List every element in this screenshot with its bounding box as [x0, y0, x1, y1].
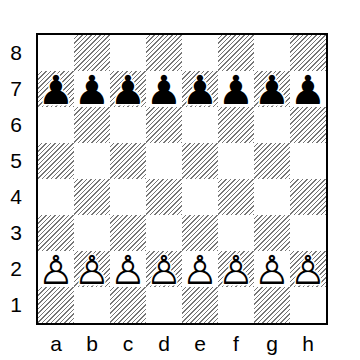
square-e6[interactable] [182, 107, 218, 143]
white-pawn[interactable]: ♟♟♙ [254, 252, 290, 288]
square-d2[interactable]: ♟♟♙ [146, 251, 182, 287]
square-f2[interactable]: ♟♟♙ [218, 251, 254, 287]
square-e8[interactable] [182, 35, 218, 71]
square-a3[interactable] [38, 215, 74, 251]
black-pawn-glyph: ♟ [254, 72, 290, 108]
square-h1[interactable] [290, 287, 326, 323]
file-label-c: c [110, 331, 146, 357]
black-pawn[interactable]: ♟♟ [110, 72, 146, 108]
file-labels: abcdefgh [38, 331, 326, 357]
square-e7[interactable]: ♟♟ [182, 71, 218, 107]
square-b4[interactable] [74, 179, 110, 215]
square-b2[interactable]: ♟♟♙ [74, 251, 110, 287]
black-pawn[interactable]: ♟♟ [38, 72, 74, 108]
square-a1[interactable] [38, 287, 74, 323]
file-label-a: a [38, 331, 74, 357]
square-h5[interactable] [290, 143, 326, 179]
square-c4[interactable] [110, 179, 146, 215]
black-pawn-glyph: ♟ [290, 72, 326, 108]
rank-labels: 87654321 [0, 35, 32, 323]
rank-label-5: 5 [0, 143, 32, 179]
rank-label-2: 2 [0, 251, 32, 287]
square-c3[interactable] [110, 215, 146, 251]
square-b5[interactable] [74, 143, 110, 179]
black-pawn[interactable]: ♟♟ [218, 72, 254, 108]
square-h2[interactable]: ♟♟♙ [290, 251, 326, 287]
square-g7[interactable]: ♟♟ [254, 71, 290, 107]
chess-board: ♟♟♟♟♟♟♟♟♟♟♟♟♟♟♟♟♟♟♙♟♟♙♟♟♙♟♟♙♟♟♙♟♟♙♟♟♙♟♟♙ [36, 33, 328, 325]
white-pawn[interactable]: ♟♟♙ [38, 252, 74, 288]
square-b7[interactable]: ♟♟ [74, 71, 110, 107]
white-pawn-outline: ♙ [38, 252, 74, 288]
square-f3[interactable] [218, 215, 254, 251]
square-h3[interactable] [290, 215, 326, 251]
black-pawn-glyph: ♟ [38, 72, 74, 108]
rank-label-8: 8 [0, 35, 32, 71]
square-h6[interactable] [290, 107, 326, 143]
white-pawn-outline: ♙ [254, 252, 290, 288]
square-g4[interactable] [254, 179, 290, 215]
square-h4[interactable] [290, 179, 326, 215]
square-a6[interactable] [38, 107, 74, 143]
square-b8[interactable] [74, 35, 110, 71]
square-g1[interactable] [254, 287, 290, 323]
chess-diagram: 87654321 ♟♟♟♟♟♟♟♟♟♟♟♟♟♟♟♟♟♟♙♟♟♙♟♟♙♟♟♙♟♟♙… [0, 0, 360, 360]
white-pawn-outline: ♙ [182, 252, 218, 288]
square-d5[interactable] [146, 143, 182, 179]
white-pawn-outline: ♙ [290, 252, 326, 288]
square-g2[interactable]: ♟♟♙ [254, 251, 290, 287]
square-a8[interactable] [38, 35, 74, 71]
black-pawn-glyph: ♟ [218, 72, 254, 108]
black-pawn-glyph: ♟ [146, 72, 182, 108]
square-c5[interactable] [110, 143, 146, 179]
black-pawn[interactable]: ♟♟ [290, 72, 326, 108]
white-pawn[interactable]: ♟♟♙ [218, 252, 254, 288]
square-e4[interactable] [182, 179, 218, 215]
square-a2[interactable]: ♟♟♙ [38, 251, 74, 287]
white-pawn[interactable]: ♟♟♙ [146, 252, 182, 288]
square-h7[interactable]: ♟♟ [290, 71, 326, 107]
file-label-d: d [146, 331, 182, 357]
square-g5[interactable] [254, 143, 290, 179]
file-label-e: e [182, 331, 218, 357]
square-f7[interactable]: ♟♟ [218, 71, 254, 107]
square-c7[interactable]: ♟♟ [110, 71, 146, 107]
white-pawn-outline: ♙ [110, 252, 146, 288]
square-d1[interactable] [146, 287, 182, 323]
square-d7[interactable]: ♟♟ [146, 71, 182, 107]
square-d6[interactable] [146, 107, 182, 143]
rank-label-7: 7 [0, 71, 32, 107]
square-f1[interactable] [218, 287, 254, 323]
square-b6[interactable] [74, 107, 110, 143]
square-f5[interactable] [218, 143, 254, 179]
square-g3[interactable] [254, 215, 290, 251]
black-pawn[interactable]: ♟♟ [146, 72, 182, 108]
square-h8[interactable] [290, 35, 326, 71]
file-label-f: f [218, 331, 254, 357]
black-pawn-glyph: ♟ [74, 72, 110, 108]
square-e3[interactable] [182, 215, 218, 251]
rank-label-3: 3 [0, 215, 32, 251]
file-label-g: g [254, 331, 290, 357]
black-pawn[interactable]: ♟♟ [254, 72, 290, 108]
black-pawn-glyph: ♟ [110, 72, 146, 108]
square-b1[interactable] [74, 287, 110, 323]
white-pawn-outline: ♙ [74, 252, 110, 288]
square-g8[interactable] [254, 35, 290, 71]
white-pawn[interactable]: ♟♟♙ [182, 252, 218, 288]
file-label-b: b [74, 331, 110, 357]
white-pawn[interactable]: ♟♟♙ [290, 252, 326, 288]
black-pawn[interactable]: ♟♟ [182, 72, 218, 108]
square-f8[interactable] [218, 35, 254, 71]
square-f4[interactable] [218, 179, 254, 215]
rank-label-4: 4 [0, 179, 32, 215]
square-e5[interactable] [182, 143, 218, 179]
white-pawn[interactable]: ♟♟♙ [110, 252, 146, 288]
white-pawn-outline: ♙ [146, 252, 182, 288]
square-d3[interactable] [146, 215, 182, 251]
square-b3[interactable] [74, 215, 110, 251]
black-pawn-glyph: ♟ [182, 72, 218, 108]
file-label-h: h [290, 331, 326, 357]
square-f6[interactable] [218, 107, 254, 143]
white-pawn[interactable]: ♟♟♙ [74, 252, 110, 288]
rank-label-6: 6 [0, 107, 32, 143]
square-a5[interactable] [38, 143, 74, 179]
square-c2[interactable]: ♟♟♙ [110, 251, 146, 287]
square-d8[interactable] [146, 35, 182, 71]
square-c1[interactable] [110, 287, 146, 323]
rank-label-1: 1 [0, 287, 32, 323]
square-e2[interactable]: ♟♟♙ [182, 251, 218, 287]
square-g6[interactable] [254, 107, 290, 143]
square-e1[interactable] [182, 287, 218, 323]
square-a4[interactable] [38, 179, 74, 215]
white-pawn-outline: ♙ [218, 252, 254, 288]
square-c8[interactable] [110, 35, 146, 71]
square-c6[interactable] [110, 107, 146, 143]
square-a7[interactable]: ♟♟ [38, 71, 74, 107]
square-d4[interactable] [146, 179, 182, 215]
black-pawn[interactable]: ♟♟ [74, 72, 110, 108]
